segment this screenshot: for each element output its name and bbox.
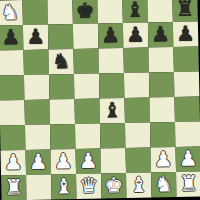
square-e1[interactable]: ♚ xyxy=(101,173,127,199)
square-b5[interactable] xyxy=(24,75,50,101)
white-rook[interactable]: ♜ xyxy=(4,175,23,200)
white-pawn[interactable]: ♟ xyxy=(29,150,48,175)
square-f5[interactable] xyxy=(124,72,150,98)
square-d3[interactable] xyxy=(75,124,101,150)
square-g3[interactable] xyxy=(150,122,176,148)
square-a3[interactable] xyxy=(0,125,26,151)
game-viewport: ♞♚♝♜♟♟♟♟♟♟♞♝♟♟♟♟♟♟♜♝♛♚♝♞♜ xyxy=(0,0,200,200)
black-pawn[interactable]: ♟ xyxy=(1,25,20,50)
white-pawn[interactable]: ♟ xyxy=(154,147,173,172)
square-a8[interactable]: ♞ xyxy=(0,0,23,26)
black-pawn[interactable]: ♟ xyxy=(126,23,145,48)
square-d1[interactable]: ♛ xyxy=(76,173,102,199)
square-h3[interactable] xyxy=(175,121,200,147)
square-h6[interactable] xyxy=(173,46,199,72)
square-f8[interactable]: ♝ xyxy=(122,0,148,23)
square-a1[interactable]: ♜ xyxy=(1,175,27,200)
square-h5[interactable] xyxy=(174,71,200,97)
square-h4[interactable] xyxy=(174,96,200,122)
square-f4[interactable] xyxy=(124,97,150,123)
square-e7[interactable]: ♟ xyxy=(98,23,124,49)
white-knight[interactable]: ♞ xyxy=(0,0,19,25)
white-king[interactable]: ♚ xyxy=(104,173,123,198)
square-d5[interactable] xyxy=(74,74,100,100)
square-e2[interactable] xyxy=(101,148,127,174)
square-a5[interactable] xyxy=(0,75,24,101)
white-pawn[interactable]: ♟ xyxy=(179,146,198,171)
square-b2[interactable]: ♟ xyxy=(26,150,52,176)
square-g6[interactable] xyxy=(148,47,174,73)
square-b1[interactable] xyxy=(26,175,52,200)
square-b4[interactable] xyxy=(24,100,50,126)
square-e3[interactable] xyxy=(100,123,126,149)
square-b6[interactable] xyxy=(23,50,49,76)
white-knight[interactable]: ♞ xyxy=(154,172,173,197)
square-g4[interactable] xyxy=(149,97,175,123)
black-rook[interactable]: ♜ xyxy=(175,0,194,22)
square-a2[interactable]: ♟ xyxy=(1,150,27,176)
black-pawn[interactable]: ♟ xyxy=(176,21,195,46)
square-a6[interactable] xyxy=(0,50,24,76)
square-e6[interactable] xyxy=(98,48,124,74)
square-e5[interactable] xyxy=(99,73,125,99)
white-pawn[interactable]: ♟ xyxy=(54,149,73,174)
square-b8[interactable] xyxy=(22,0,48,25)
square-a4[interactable] xyxy=(0,100,25,126)
square-c8[interactable] xyxy=(47,0,73,25)
square-c4[interactable] xyxy=(49,99,75,125)
black-knight[interactable]: ♞ xyxy=(52,49,71,74)
square-d2[interactable]: ♟ xyxy=(76,148,102,174)
square-d4[interactable] xyxy=(74,99,100,125)
white-pawn[interactable]: ♟ xyxy=(79,149,98,174)
white-pawn[interactable]: ♟ xyxy=(4,150,23,175)
white-bishop[interactable]: ♝ xyxy=(129,173,148,198)
square-h2[interactable]: ♟ xyxy=(175,146,200,172)
black-bishop[interactable]: ♝ xyxy=(103,98,122,123)
square-f7[interactable]: ♟ xyxy=(123,22,149,48)
square-h1[interactable]: ♜ xyxy=(176,171,200,197)
square-e8[interactable] xyxy=(97,0,123,24)
square-c6[interactable]: ♞ xyxy=(48,49,74,75)
square-c5[interactable] xyxy=(49,74,75,100)
square-d7[interactable] xyxy=(73,24,99,50)
square-c2[interactable]: ♟ xyxy=(51,149,77,175)
square-f6[interactable] xyxy=(123,47,149,73)
square-h8[interactable]: ♜ xyxy=(172,0,198,22)
white-queen[interactable]: ♛ xyxy=(79,174,98,199)
square-g2[interactable]: ♟ xyxy=(151,147,177,173)
white-bishop[interactable]: ♝ xyxy=(54,174,73,199)
square-d6[interactable] xyxy=(73,49,99,75)
square-g5[interactable] xyxy=(149,72,175,98)
square-g8[interactable] xyxy=(147,0,173,22)
square-f2[interactable] xyxy=(126,147,152,173)
square-h7[interactable]: ♟ xyxy=(173,21,199,47)
square-b7[interactable]: ♟ xyxy=(23,25,49,51)
square-f3[interactable] xyxy=(125,122,151,148)
square-d8[interactable]: ♚ xyxy=(72,0,98,24)
square-c7[interactable] xyxy=(48,24,74,50)
black-pawn[interactable]: ♟ xyxy=(151,22,170,47)
square-c3[interactable] xyxy=(50,124,76,150)
chess-board: ♞♚♝♜♟♟♟♟♟♟♞♝♟♟♟♟♟♟♜♝♛♚♝♞♜ xyxy=(0,0,200,200)
square-b3[interactable] xyxy=(25,125,51,151)
black-king[interactable]: ♚ xyxy=(75,0,94,24)
square-e4[interactable]: ♝ xyxy=(99,98,125,124)
square-f1[interactable]: ♝ xyxy=(126,172,152,198)
black-bishop[interactable]: ♝ xyxy=(125,0,144,23)
black-pawn[interactable]: ♟ xyxy=(26,25,45,50)
square-g7[interactable]: ♟ xyxy=(148,22,174,48)
square-a7[interactable]: ♟ xyxy=(0,25,23,51)
square-c1[interactable]: ♝ xyxy=(51,174,77,200)
white-rook[interactable]: ♜ xyxy=(179,171,198,196)
black-pawn[interactable]: ♟ xyxy=(101,23,120,48)
square-g1[interactable]: ♞ xyxy=(151,172,177,198)
